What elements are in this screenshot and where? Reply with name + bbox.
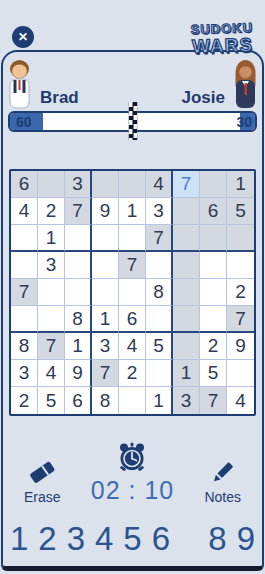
- notes-label: Notes: [204, 489, 241, 505]
- sudoku-cell-r6c3[interactable]: 8: [65, 306, 92, 333]
- notes-button[interactable]: Notes: [204, 459, 241, 505]
- sudoku-cell-r2c7[interactable]: [173, 198, 200, 225]
- sudoku-cell-r2c5[interactable]: 1: [119, 198, 146, 225]
- sudoku-cell-r3c6[interactable]: 7: [146, 225, 173, 252]
- sudoku-cell-r7c4[interactable]: 3: [92, 333, 119, 360]
- numpad-digit-9[interactable]: 9: [232, 518, 260, 560]
- sudoku-cell-r2c1[interactable]: 4: [11, 198, 38, 225]
- eraser-icon: [27, 459, 57, 486]
- player-name-left: Brad: [40, 88, 79, 108]
- sudoku-cell-r4c1[interactable]: [11, 252, 38, 279]
- sudoku-cell-r9c8[interactable]: 7: [200, 387, 227, 414]
- progress-section: 60 30: [8, 111, 257, 132]
- sudoku-cell-r7c5[interactable]: 4: [119, 333, 146, 360]
- sudoku-grid: 6347142791365173778281678713452934972152…: [9, 169, 256, 416]
- player-score-left: 60: [16, 114, 32, 130]
- sudoku-cell-r8c5[interactable]: 2: [119, 360, 146, 387]
- sudoku-cell-r8c4[interactable]: 7: [92, 360, 119, 387]
- sudoku-cell-r9c4[interactable]: 8: [92, 387, 119, 414]
- sudoku-cell-r2c3[interactable]: 7: [65, 198, 92, 225]
- sudoku-cell-r9c6[interactable]: 1: [146, 387, 173, 414]
- player-name-right: Josie: [182, 88, 225, 108]
- sudoku-cell-r1c5[interactable]: [119, 171, 146, 198]
- sudoku-cell-r4c4[interactable]: [92, 252, 119, 279]
- numpad-empty-slot: [175, 518, 203, 560]
- sudoku-cell-r5c1[interactable]: 7: [11, 279, 38, 306]
- logo-line2: WARS: [191, 35, 254, 56]
- sudoku-cell-r3c3[interactable]: [65, 225, 92, 252]
- sudoku-cell-r5c2[interactable]: [38, 279, 65, 306]
- sudoku-cell-r6c4[interactable]: 1: [92, 306, 119, 333]
- sudoku-cell-r7c8[interactable]: 2: [200, 333, 227, 360]
- sudoku-cell-r2c6[interactable]: 3: [146, 198, 173, 225]
- sudoku-cell-r1c8[interactable]: [200, 171, 227, 198]
- erase-button[interactable]: Erase: [24, 459, 61, 505]
- sudoku-cell-r8c8[interactable]: 5: [200, 360, 227, 387]
- sudoku-cell-r3c8[interactable]: [200, 225, 227, 252]
- sudoku-cell-r1c9[interactable]: 1: [227, 171, 254, 198]
- sudoku-cell-r4c6[interactable]: [146, 252, 173, 279]
- sudoku-cell-r7c6[interactable]: 5: [146, 333, 173, 360]
- players-row: Brad Josie: [0, 57, 265, 109]
- erase-label: Erase: [24, 489, 61, 505]
- close-button[interactable]: ✕: [12, 26, 34, 48]
- sudoku-cell-r8c3[interactable]: 9: [65, 360, 92, 387]
- brad-avatar: [6, 58, 33, 109]
- numpad-digit-3[interactable]: 3: [62, 518, 90, 560]
- numpad-digit-2[interactable]: 2: [33, 518, 61, 560]
- sudoku-cell-r2c9[interactable]: 5: [227, 198, 254, 225]
- sudoku-cell-r1c6[interactable]: 4: [146, 171, 173, 198]
- sudoku-cell-r9c2[interactable]: 5: [38, 387, 65, 414]
- sudoku-cell-r1c4[interactable]: [92, 171, 119, 198]
- controls-row: Erase 02 : 10 Notes: [0, 441, 265, 505]
- sudoku-cell-r2c8[interactable]: 6: [200, 198, 227, 225]
- sudoku-cell-r3c2[interactable]: 1: [38, 225, 65, 252]
- game-timer: 02 : 10: [91, 441, 174, 505]
- sudoku-cell-r8c2[interactable]: 4: [38, 360, 65, 387]
- sudoku-cell-r3c9[interactable]: [227, 225, 254, 252]
- sudoku-cell-r9c7[interactable]: 3: [173, 387, 200, 414]
- sudoku-cell-r4c2[interactable]: 3: [38, 252, 65, 279]
- sudoku-cell-r4c7[interactable]: [173, 252, 200, 279]
- numpad-digit-5[interactable]: 5: [118, 518, 146, 560]
- sudoku-cell-r7c7[interactable]: [173, 333, 200, 360]
- sudoku-cell-r5c4[interactable]: [92, 279, 119, 306]
- sudoku-cell-r9c9[interactable]: 4: [227, 387, 254, 414]
- sudoku-cell-r6c2[interactable]: [38, 306, 65, 333]
- sudoku-cell-r8c7[interactable]: 1: [173, 360, 200, 387]
- sudoku-cell-r7c3[interactable]: 1: [65, 333, 92, 360]
- sudoku-cell-r2c4[interactable]: 9: [92, 198, 119, 225]
- sudoku-cell-r5c7[interactable]: [173, 279, 200, 306]
- sudoku-cell-r4c3[interactable]: [65, 252, 92, 279]
- player-score-right: 30: [236, 114, 252, 130]
- sudoku-cell-r6c1[interactable]: [11, 306, 38, 333]
- alarm-clock-icon: [116, 441, 148, 473]
- sudoku-wars-logo: SUDOKU WARS: [190, 21, 253, 56]
- numpad-digit-4[interactable]: 4: [90, 518, 118, 560]
- sudoku-cell-r6c6[interactable]: [146, 306, 173, 333]
- top-bar: ✕ SUDOKU WARS: [0, 0, 265, 56]
- sudoku-cell-r6c9[interactable]: 7: [227, 306, 254, 333]
- sudoku-cell-r3c5[interactable]: [119, 225, 146, 252]
- sudoku-cell-r5c5[interactable]: [119, 279, 146, 306]
- sudoku-cell-r3c1[interactable]: [11, 225, 38, 252]
- sudoku-cell-r4c8[interactable]: [200, 252, 227, 279]
- timer-value: 02 : 10: [91, 476, 174, 505]
- sudoku-cell-r7c1[interactable]: 8: [11, 333, 38, 360]
- close-icon: ✕: [18, 30, 28, 44]
- sudoku-cell-r9c1[interactable]: 2: [11, 387, 38, 414]
- sudoku-cell-r7c9[interactable]: 9: [227, 333, 254, 360]
- sudoku-cell-r9c5[interactable]: [119, 387, 146, 414]
- sudoku-cell-r1c2[interactable]: [38, 171, 65, 198]
- sudoku-cell-r8c9[interactable]: [227, 360, 254, 387]
- sudoku-cell-r6c7[interactable]: [173, 306, 200, 333]
- numpad-digit-8[interactable]: 8: [203, 518, 231, 560]
- sudoku-cell-r1c7[interactable]: 7: [173, 171, 200, 198]
- sudoku-cell-r6c8[interactable]: [200, 306, 227, 333]
- sudoku-cell-r8c6[interactable]: [146, 360, 173, 387]
- sudoku-cell-r5c3[interactable]: [65, 279, 92, 306]
- josie-avatar: [232, 58, 259, 109]
- pencil-icon: [209, 459, 237, 486]
- sudoku-cell-r5c8[interactable]: [200, 279, 227, 306]
- number-pad: 12345689: [0, 518, 265, 560]
- sudoku-cell-r7c2[interactable]: 7: [38, 333, 65, 360]
- sudoku-cell-r1c3[interactable]: 3: [65, 171, 92, 198]
- sudoku-cell-r5c6[interactable]: 8: [146, 279, 173, 306]
- sudoku-cell-r4c5[interactable]: 7: [119, 252, 146, 279]
- sudoku-cell-r5c9[interactable]: 2: [227, 279, 254, 306]
- numpad-digit-6[interactable]: 6: [147, 518, 175, 560]
- sudoku-cell-r1c1[interactable]: 6: [11, 171, 38, 198]
- sudoku-cell-r8c1[interactable]: 3: [11, 360, 38, 387]
- sudoku-cell-r2c2[interactable]: 2: [38, 198, 65, 225]
- sudoku-cell-r3c4[interactable]: [92, 225, 119, 252]
- numpad-digit-1[interactable]: 1: [5, 518, 33, 560]
- sudoku-cell-r3c7[interactable]: [173, 225, 200, 252]
- sudoku-cell-r6c5[interactable]: 6: [119, 306, 146, 333]
- sudoku-cell-r4c9[interactable]: [227, 252, 254, 279]
- sudoku-cell-r9c3[interactable]: 6: [65, 387, 92, 414]
